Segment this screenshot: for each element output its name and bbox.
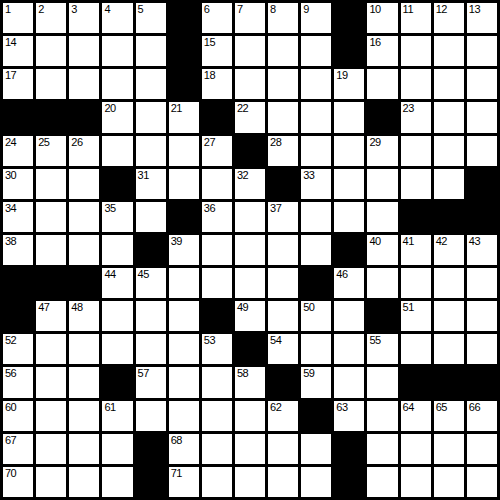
cell-r13c14[interactable]: 65 <box>434 401 464 431</box>
clue-number-11: 11 <box>403 3 413 15</box>
cell-r6c8[interactable]: 32 <box>235 169 265 199</box>
cell-r3c8[interactable] <box>235 69 265 99</box>
cell-r8c15[interactable]: 43 <box>467 235 497 265</box>
cell-r3c2[interactable] <box>36 69 66 99</box>
cell-r14c1[interactable]: 67 <box>3 434 33 464</box>
cell-r1c13[interactable]: 11 <box>401 3 431 33</box>
cell-r15c6[interactable]: 71 <box>169 467 199 497</box>
cell-r5c7[interactable]: 27 <box>202 136 232 166</box>
clue-number-7: 7 <box>237 3 243 15</box>
cell-r9c9[interactable] <box>268 268 298 298</box>
clue-number-43: 43 <box>469 235 480 247</box>
cell-r15c15[interactable] <box>467 467 497 497</box>
cell-r15c14[interactable] <box>434 467 464 497</box>
clue-number-17: 17 <box>5 69 16 81</box>
cell-r7c9[interactable]: 37 <box>268 202 298 232</box>
cell-r3c12[interactable] <box>367 69 397 99</box>
block-cell-r10c1 <box>3 301 33 331</box>
cell-r13c13[interactable]: 64 <box>401 401 431 431</box>
cell-r15c12[interactable] <box>367 467 397 497</box>
clue-number-41: 41 <box>403 235 414 247</box>
block-cell-r10c7 <box>202 301 232 331</box>
block-cell-r9c2 <box>36 268 66 298</box>
clue-number-2: 2 <box>38 3 44 15</box>
cell-r15c9[interactable] <box>268 467 298 497</box>
cell-r7c10[interactable] <box>301 202 331 232</box>
block-cell-r1c11 <box>334 3 364 33</box>
block-cell-r7c14 <box>434 202 464 232</box>
cell-r4c6[interactable]: 21 <box>169 102 199 132</box>
clue-number-70: 70 <box>5 467 16 479</box>
cell-r5c11[interactable] <box>334 136 364 166</box>
cell-r2c2[interactable] <box>36 36 66 66</box>
clue-number-30: 30 <box>5 169 16 181</box>
cell-r4c5[interactable] <box>136 102 166 132</box>
cell-r6c12[interactable] <box>367 169 397 199</box>
cell-r2c8[interactable] <box>235 36 265 66</box>
cell-r6c14[interactable] <box>434 169 464 199</box>
cell-r8c9[interactable] <box>268 235 298 265</box>
cell-r14c3[interactable] <box>69 434 99 464</box>
cell-r14c8[interactable] <box>235 434 265 464</box>
block-cell-r11c8 <box>235 334 265 364</box>
block-cell-r12c4 <box>102 367 132 397</box>
clue-number-15: 15 <box>204 36 215 48</box>
block-cell-r9c1 <box>3 268 33 298</box>
cell-r6c10[interactable]: 33 <box>301 169 331 199</box>
clue-number-26: 26 <box>71 136 82 148</box>
block-cell-r2c11 <box>334 36 364 66</box>
cell-r2c3[interactable] <box>69 36 99 66</box>
clue-number-57: 57 <box>138 367 149 379</box>
cell-r4c15[interactable] <box>467 102 497 132</box>
cell-r13c6[interactable] <box>169 401 199 431</box>
cell-r4c4[interactable]: 20 <box>102 102 132 132</box>
cell-r2c1[interactable]: 14 <box>3 36 33 66</box>
clue-number-20: 20 <box>104 102 115 114</box>
block-cell-r2c6 <box>169 36 199 66</box>
block-cell-r9c10 <box>301 268 331 298</box>
cell-r1c15[interactable]: 13 <box>467 3 497 33</box>
cell-r13c9[interactable]: 62 <box>268 401 298 431</box>
cell-r12c12[interactable] <box>367 367 397 397</box>
cell-r6c7[interactable] <box>202 169 232 199</box>
block-cell-r6c4 <box>102 169 132 199</box>
clue-number-13: 13 <box>469 3 480 15</box>
block-cell-r12c9 <box>268 367 298 397</box>
block-cell-r8c11 <box>334 235 364 265</box>
cell-r9c6[interactable] <box>169 268 199 298</box>
cell-r8c4[interactable] <box>102 235 132 265</box>
cell-r2c9[interactable] <box>268 36 298 66</box>
cell-r6c11[interactable] <box>334 169 364 199</box>
clue-number-32: 32 <box>237 169 248 181</box>
cell-r6c6[interactable] <box>169 169 199 199</box>
cell-r14c10[interactable] <box>301 434 331 464</box>
cell-r11c11[interactable] <box>334 334 364 364</box>
cell-r13c4[interactable]: 61 <box>102 401 132 431</box>
clue-number-56: 56 <box>5 367 16 379</box>
cell-r5c12[interactable]: 29 <box>367 136 397 166</box>
cell-r2c7[interactable]: 15 <box>202 36 232 66</box>
cell-r1c12[interactable]: 10 <box>367 3 397 33</box>
block-cell-r4c2 <box>36 102 66 132</box>
block-cell-r7c13 <box>401 202 431 232</box>
clue-number-53: 53 <box>204 334 215 346</box>
cell-r10c11[interactable] <box>334 301 364 331</box>
cell-r1c5[interactable]: 5 <box>136 3 166 33</box>
cell-r9c15[interactable] <box>467 268 497 298</box>
clue-number-49: 49 <box>237 301 248 313</box>
cell-r8c7[interactable] <box>202 235 232 265</box>
cell-r10c15[interactable] <box>467 301 497 331</box>
cell-r5c9[interactable]: 28 <box>268 136 298 166</box>
cell-r14c12[interactable] <box>367 434 397 464</box>
cell-r14c2[interactable] <box>36 434 66 464</box>
cell-r2c12[interactable]: 16 <box>367 36 397 66</box>
cell-r1c14[interactable]: 12 <box>434 3 464 33</box>
cell-r1c4[interactable]: 4 <box>102 3 132 33</box>
cell-r1c1[interactable]: 1 <box>3 3 33 33</box>
cell-r4c8[interactable]: 22 <box>235 102 265 132</box>
cell-r4c11[interactable] <box>334 102 364 132</box>
cell-r12c7[interactable] <box>202 367 232 397</box>
cell-r11c1[interactable]: 52 <box>3 334 33 364</box>
cell-r14c9[interactable] <box>268 434 298 464</box>
clue-number-34: 34 <box>5 202 16 214</box>
cell-r15c2[interactable] <box>36 467 66 497</box>
clue-number-16: 16 <box>369 36 380 48</box>
cell-r5c14[interactable] <box>434 136 464 166</box>
cell-r10c3[interactable]: 48 <box>69 301 99 331</box>
block-cell-r7c6 <box>169 202 199 232</box>
clue-number-60: 60 <box>5 401 16 413</box>
block-cell-r13c10 <box>301 401 331 431</box>
clue-number-40: 40 <box>369 235 380 247</box>
cell-r14c6[interactable]: 68 <box>169 434 199 464</box>
block-cell-r3c6 <box>169 69 199 99</box>
cell-r10c6[interactable] <box>169 301 199 331</box>
cell-r14c15[interactable] <box>467 434 497 464</box>
cell-r15c10[interactable] <box>301 467 331 497</box>
clue-number-25: 25 <box>38 136 49 148</box>
clue-number-46: 46 <box>336 268 347 280</box>
cell-r9c8[interactable] <box>235 268 265 298</box>
block-cell-r4c7 <box>202 102 232 132</box>
clue-number-58: 58 <box>237 367 248 379</box>
clue-number-51: 51 <box>403 301 414 313</box>
cell-r7c11[interactable] <box>334 202 364 232</box>
block-cell-r12c15 <box>467 367 497 397</box>
clue-number-54: 54 <box>270 334 281 346</box>
clue-number-31: 31 <box>138 169 149 181</box>
clue-number-38: 38 <box>5 235 16 247</box>
cell-r13c8[interactable] <box>235 401 265 431</box>
clue-number-69: 69 <box>336 434 347 446</box>
clue-number-29: 29 <box>369 136 380 148</box>
clue-number-65: 65 <box>436 401 447 413</box>
clue-number-37: 37 <box>270 202 281 214</box>
cell-r8c14[interactable]: 42 <box>434 235 464 265</box>
clue-number-52: 52 <box>5 334 16 346</box>
cell-r6c2[interactable] <box>36 169 66 199</box>
clue-number-50: 50 <box>303 301 314 313</box>
cell-r10c13[interactable]: 51 <box>401 301 431 331</box>
cell-r14c4[interactable] <box>102 434 132 464</box>
clue-number-18: 18 <box>204 69 215 81</box>
clue-number-62: 62 <box>270 401 281 413</box>
clue-number-47: 47 <box>38 301 49 313</box>
cell-r12c5[interactable]: 57 <box>136 367 166 397</box>
cell-r11c14[interactable] <box>434 334 464 364</box>
cell-r11c13[interactable] <box>401 334 431 364</box>
cell-r15c3[interactable] <box>69 467 99 497</box>
clue-number-5: 5 <box>138 3 144 15</box>
cell-r12c10[interactable]: 59 <box>301 367 331 397</box>
cell-r3c10[interactable] <box>301 69 331 99</box>
cell-r8c2[interactable] <box>36 235 66 265</box>
cell-r9c5[interactable]: 45 <box>136 268 166 298</box>
cell-r7c3[interactable] <box>69 202 99 232</box>
cell-r11c10[interactable] <box>301 334 331 364</box>
cell-r12c1[interactable]: 56 <box>3 367 33 397</box>
cell-r4c14[interactable] <box>434 102 464 132</box>
cell-r8c10[interactable] <box>301 235 331 265</box>
cell-r4c9[interactable] <box>268 102 298 132</box>
cell-r1c9[interactable]: 8 <box>268 3 298 33</box>
cell-r1c10[interactable]: 9 <box>301 3 331 33</box>
block-cell-r4c3 <box>69 102 99 132</box>
cell-r3c15[interactable] <box>467 69 497 99</box>
block-cell-r12c13 <box>401 367 431 397</box>
clue-number-63: 63 <box>336 401 347 413</box>
block-cell-r15c11: 72 <box>334 467 364 497</box>
cell-r15c7[interactable] <box>202 467 232 497</box>
block-cell-r1c6 <box>169 3 199 33</box>
cell-r5c6[interactable] <box>169 136 199 166</box>
cell-r9c14[interactable] <box>434 268 464 298</box>
cell-r5c5[interactable] <box>136 136 166 166</box>
cell-r10c4[interactable] <box>102 301 132 331</box>
cell-r7c4[interactable]: 35 <box>102 202 132 232</box>
cell-r9c11[interactable]: 46 <box>334 268 364 298</box>
cell-r2c5[interactable] <box>136 36 166 66</box>
clue-number-12: 12 <box>436 3 447 15</box>
clue-number-24: 24 <box>5 136 16 148</box>
cell-r9c13[interactable] <box>401 268 431 298</box>
cell-r15c13[interactable] <box>401 467 431 497</box>
cell-r8c8[interactable] <box>235 235 265 265</box>
cell-r7c7[interactable]: 36 <box>202 202 232 232</box>
block-cell-r14c5 <box>136 434 166 464</box>
cell-r13c3[interactable] <box>69 401 99 431</box>
cell-r3c9[interactable] <box>268 69 298 99</box>
cell-r1c7[interactable]: 6 <box>202 3 232 33</box>
clue-number-1: 1 <box>5 3 11 15</box>
clue-number-22: 22 <box>237 102 248 114</box>
clue-number-71: 71 <box>171 467 182 479</box>
cell-r13c7[interactable] <box>202 401 232 431</box>
block-cell-r6c15 <box>467 169 497 199</box>
clue-number-48: 48 <box>71 301 82 313</box>
clue-number-27: 27 <box>204 136 215 148</box>
cell-r11c4[interactable] <box>102 334 132 364</box>
block-cell-r9c3 <box>69 268 99 298</box>
block-cell-r4c1 <box>3 102 33 132</box>
cell-r11c12[interactable]: 55 <box>367 334 397 364</box>
clue-number-3: 3 <box>71 3 77 15</box>
cell-r13c15[interactable]: 66 <box>467 401 497 431</box>
cell-r1c3[interactable]: 3 <box>69 3 99 33</box>
clue-number-8: 8 <box>270 3 276 15</box>
cell-r11c9[interactable]: 54 <box>268 334 298 364</box>
cell-r2c13[interactable] <box>401 36 431 66</box>
clue-number-10: 10 <box>369 3 380 15</box>
cell-r2c10[interactable] <box>301 36 331 66</box>
clue-number-39: 39 <box>171 235 182 247</box>
block-cell-r6c9 <box>268 169 298 199</box>
clue-number-19: 19 <box>336 69 347 81</box>
cell-r15c1[interactable]: 70 <box>3 467 33 497</box>
cell-r8c6[interactable]: 39 <box>169 235 199 265</box>
cell-r12c2[interactable] <box>36 367 66 397</box>
block-cell-r15c5 <box>136 467 166 497</box>
cell-r13c1[interactable]: 60 <box>3 401 33 431</box>
cell-r13c5[interactable] <box>136 401 166 431</box>
cell-r7c1[interactable]: 34 <box>3 202 33 232</box>
cell-r8c3[interactable] <box>69 235 99 265</box>
cell-r6c3[interactable] <box>69 169 99 199</box>
cell-r7c2[interactable] <box>36 202 66 232</box>
cell-r3c11[interactable]: 19 <box>334 69 364 99</box>
cell-r11c3[interactable] <box>69 334 99 364</box>
cell-r9c12[interactable] <box>367 268 397 298</box>
cell-r3c14[interactable] <box>434 69 464 99</box>
cell-r7c12[interactable] <box>367 202 397 232</box>
clue-number-14: 14 <box>5 36 16 48</box>
cell-r13c12[interactable] <box>367 401 397 431</box>
cell-r2c14[interactable] <box>434 36 464 66</box>
clue-number-66: 66 <box>469 401 480 413</box>
clue-number-23: 23 <box>403 102 414 114</box>
cell-r8c12[interactable]: 40 <box>367 235 397 265</box>
clue-number-28: 28 <box>270 136 281 148</box>
clue-number-64: 64 <box>403 401 414 413</box>
cell-r8c13[interactable]: 41 <box>401 235 431 265</box>
block-cell-r4c12 <box>367 102 397 132</box>
cell-r10c10[interactable]: 50 <box>301 301 331 331</box>
cell-r10c8[interactable]: 49 <box>235 301 265 331</box>
clue-number-33: 33 <box>303 169 314 181</box>
cell-r11c2[interactable] <box>36 334 66 364</box>
cell-r9c4[interactable]: 44 <box>102 268 132 298</box>
clue-number-6: 6 <box>204 3 210 15</box>
clue-number-67: 67 <box>5 434 16 446</box>
clue-number-45: 45 <box>138 268 149 280</box>
cell-r2c4[interactable] <box>102 36 132 66</box>
cell-r11c15[interactable] <box>467 334 497 364</box>
cell-r14c13[interactable] <box>401 434 431 464</box>
cell-r10c5[interactable] <box>136 301 166 331</box>
cell-r5c10[interactable] <box>301 136 331 166</box>
cell-r6c1[interactable]: 30 <box>3 169 33 199</box>
cell-r1c8[interactable]: 7 <box>235 3 265 33</box>
cell-r9c7[interactable] <box>202 268 232 298</box>
cell-r6c5[interactable]: 31 <box>136 169 166 199</box>
clue-number-68: 68 <box>171 434 182 446</box>
cell-r3c1[interactable]: 17 <box>3 69 33 99</box>
cell-r4c13[interactable]: 23 <box>401 102 431 132</box>
clue-number-21: 21 <box>171 102 182 114</box>
cell-r5c2[interactable]: 25 <box>36 136 66 166</box>
cell-r1c2[interactable]: 2 <box>36 3 66 33</box>
clue-number-44: 44 <box>104 268 115 280</box>
clue-number-36: 36 <box>204 202 215 214</box>
cell-r7c8[interactable] <box>235 202 265 232</box>
cell-r3c4[interactable] <box>102 69 132 99</box>
clue-number-59: 59 <box>303 367 314 379</box>
cell-r7c5[interactable] <box>136 202 166 232</box>
cell-r11c6[interactable] <box>169 334 199 364</box>
clue-number-9: 9 <box>303 3 309 15</box>
cell-r10c14[interactable] <box>434 301 464 331</box>
cell-r14c7[interactable] <box>202 434 232 464</box>
cell-r15c8[interactable] <box>235 467 265 497</box>
crossword-board: 1234567891011121314151617181920212223242… <box>0 0 500 500</box>
cell-r13c2[interactable] <box>36 401 66 431</box>
cell-r3c5[interactable] <box>136 69 166 99</box>
block-cell-r7c15 <box>467 202 497 232</box>
cell-r2c15[interactable] <box>467 36 497 66</box>
cell-r5c4[interactable] <box>102 136 132 166</box>
cell-r12c6[interactable] <box>169 367 199 397</box>
cell-r13c11[interactable]: 63 <box>334 401 364 431</box>
clue-number-72: 72 <box>336 467 347 479</box>
clue-number-35: 35 <box>104 202 115 214</box>
cell-r5c1[interactable]: 24 <box>3 136 33 166</box>
cell-r12c3[interactable] <box>69 367 99 397</box>
cell-r4c10[interactable] <box>301 102 331 132</box>
block-cell-r10c12 <box>367 301 397 331</box>
clue-number-61: 61 <box>104 401 115 413</box>
cell-r5c3[interactable]: 26 <box>69 136 99 166</box>
cell-r10c2[interactable]: 47 <box>36 301 66 331</box>
cell-r11c5[interactable] <box>136 334 166 364</box>
clue-number-42: 42 <box>436 235 447 247</box>
cell-r3c3[interactable] <box>69 69 99 99</box>
block-cell-r12c14 <box>434 367 464 397</box>
cell-r5c15[interactable] <box>467 136 497 166</box>
cell-r10c9[interactable] <box>268 301 298 331</box>
cell-r11c7[interactable]: 53 <box>202 334 232 364</box>
cell-r12c8[interactable]: 58 <box>235 367 265 397</box>
block-cell-r8c5 <box>136 235 166 265</box>
clue-number-55: 55 <box>369 334 380 346</box>
clue-number-4: 4 <box>104 3 110 15</box>
cell-r6c13[interactable] <box>401 169 431 199</box>
cell-r8c1[interactable]: 38 <box>3 235 33 265</box>
cell-r5c13[interactable] <box>401 136 431 166</box>
cell-r3c13[interactable] <box>401 69 431 99</box>
block-cell-r14c11: 69 <box>334 434 364 464</box>
cell-r3c7[interactable]: 18 <box>202 69 232 99</box>
cell-r14c14[interactable] <box>434 434 464 464</box>
cell-r12c11[interactable] <box>334 367 364 397</box>
block-cell-r5c8 <box>235 136 265 166</box>
cell-r15c4[interactable] <box>102 467 132 497</box>
